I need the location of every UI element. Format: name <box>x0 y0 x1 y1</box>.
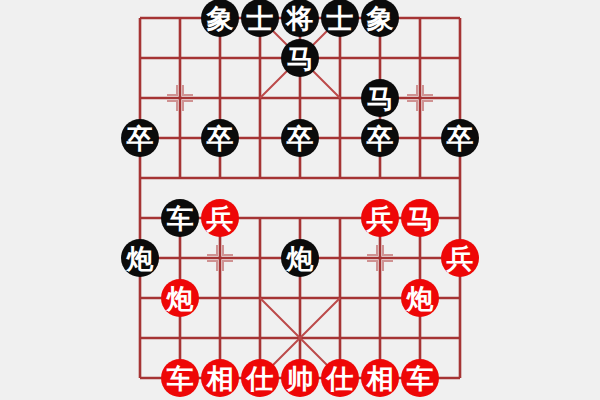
piece-red-advisor[interactable]: 仕 <box>241 359 279 397</box>
piece-black-soldier[interactable]: 卒 <box>281 119 319 157</box>
piece-red-soldier[interactable]: 兵 <box>361 199 399 237</box>
piece-red-advisor[interactable]: 仕 <box>321 359 359 397</box>
piece-red-chariot[interactable]: 车 <box>401 359 439 397</box>
piece-black-soldier[interactable]: 卒 <box>361 119 399 157</box>
piece-black-cannon[interactable]: 炮 <box>121 239 159 277</box>
piece-black-advisor[interactable]: 士 <box>321 0 359 37</box>
piece-red-horse[interactable]: 马 <box>401 199 439 237</box>
piece-black-cannon[interactable]: 炮 <box>281 239 319 277</box>
piece-red-general[interactable]: 帅 <box>281 359 319 397</box>
piece-red-cannon[interactable]: 炮 <box>161 279 199 317</box>
piece-black-soldier[interactable]: 卒 <box>441 119 479 157</box>
xiangqi-board: 象士将士象马马卒卒卒卒卒车炮炮兵兵马兵炮炮车相仕帅仕相车 <box>0 0 600 400</box>
piece-black-horse[interactable]: 马 <box>281 39 319 77</box>
piece-black-soldier[interactable]: 卒 <box>121 119 159 157</box>
piece-black-chariot[interactable]: 车 <box>161 199 199 237</box>
piece-red-elephant[interactable]: 相 <box>361 359 399 397</box>
piece-black-soldier[interactable]: 卒 <box>201 119 239 157</box>
piece-black-general[interactable]: 将 <box>281 0 319 37</box>
piece-black-elephant[interactable]: 象 <box>361 0 399 37</box>
piece-red-cannon[interactable]: 炮 <box>401 279 439 317</box>
piece-red-chariot[interactable]: 车 <box>161 359 199 397</box>
piece-red-elephant[interactable]: 相 <box>201 359 239 397</box>
piece-black-horse[interactable]: 马 <box>361 79 399 117</box>
piece-red-soldier[interactable]: 兵 <box>441 239 479 277</box>
piece-black-advisor[interactable]: 士 <box>241 0 279 37</box>
piece-black-elephant[interactable]: 象 <box>201 0 239 37</box>
piece-red-soldier[interactable]: 兵 <box>201 199 239 237</box>
